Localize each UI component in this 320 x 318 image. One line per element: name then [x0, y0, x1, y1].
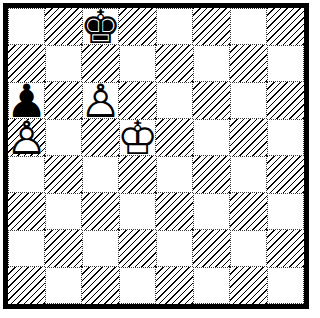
square-e3[interactable] — [156, 193, 193, 230]
square-g8[interactable] — [230, 8, 267, 45]
white-pawn: ♟♙ — [83, 83, 118, 118]
square-c5[interactable] — [82, 119, 119, 156]
square-f5[interactable] — [193, 119, 230, 156]
square-b5[interactable] — [45, 119, 82, 156]
square-h2[interactable] — [267, 230, 304, 267]
square-d8[interactable] — [119, 8, 156, 45]
square-g7[interactable] — [230, 45, 267, 82]
square-d7[interactable] — [119, 45, 156, 82]
square-c4[interactable] — [82, 156, 119, 193]
square-f1[interactable] — [193, 267, 230, 304]
square-e4[interactable] — [156, 156, 193, 193]
chessboard: ♚♟♟♙♟♙♚♔ — [8, 8, 304, 304]
square-c3[interactable] — [82, 193, 119, 230]
square-h7[interactable] — [267, 45, 304, 82]
square-h4[interactable] — [267, 156, 304, 193]
square-b1[interactable] — [45, 267, 82, 304]
square-a1[interactable] — [8, 267, 45, 304]
square-a5[interactable]: ♟♙ — [8, 119, 45, 156]
square-b3[interactable] — [45, 193, 82, 230]
square-d4[interactable] — [119, 156, 156, 193]
square-a2[interactable] — [8, 230, 45, 267]
square-c1[interactable] — [82, 267, 119, 304]
square-g1[interactable] — [230, 267, 267, 304]
square-g4[interactable] — [230, 156, 267, 193]
square-e1[interactable] — [156, 267, 193, 304]
square-a8[interactable] — [8, 8, 45, 45]
square-d5[interactable]: ♚♔ — [119, 119, 156, 156]
square-h1[interactable] — [267, 267, 304, 304]
white-pawn: ♟♙ — [8, 119, 45, 156]
square-b8[interactable] — [45, 8, 82, 45]
square-c6[interactable]: ♟♙ — [82, 82, 119, 119]
white-king-glyph: ♔ — [117, 119, 158, 156]
square-h5[interactable] — [267, 119, 304, 156]
square-f7[interactable] — [193, 45, 230, 82]
square-c2[interactable] — [82, 230, 119, 267]
square-e7[interactable] — [156, 45, 193, 82]
square-f4[interactable] — [193, 156, 230, 193]
square-d1[interactable] — [119, 267, 156, 304]
square-f6[interactable] — [193, 82, 230, 119]
black-king: ♚ — [83, 9, 118, 44]
square-g3[interactable] — [230, 193, 267, 230]
square-g2[interactable] — [230, 230, 267, 267]
page: ♚♟♟♙♟♙♚♔ — [0, 0, 320, 318]
square-b6[interactable] — [45, 82, 82, 119]
square-h3[interactable] — [267, 193, 304, 230]
white-pawn-glyph: ♙ — [6, 119, 47, 156]
square-h6[interactable] — [267, 82, 304, 119]
square-b4[interactable] — [45, 156, 82, 193]
white-king: ♚♔ — [120, 120, 155, 155]
square-d3[interactable] — [119, 193, 156, 230]
square-e2[interactable] — [156, 230, 193, 267]
square-a4[interactable] — [8, 156, 45, 193]
square-e8[interactable] — [156, 8, 193, 45]
square-f3[interactable] — [193, 193, 230, 230]
square-e6[interactable] — [156, 82, 193, 119]
square-g5[interactable] — [230, 119, 267, 156]
square-a3[interactable] — [8, 193, 45, 230]
black-king-glyph: ♚ — [80, 8, 121, 45]
square-f8[interactable] — [193, 8, 230, 45]
square-h8[interactable] — [267, 8, 304, 45]
square-f2[interactable] — [193, 230, 230, 267]
white-pawn-glyph: ♙ — [80, 82, 121, 119]
square-g6[interactable] — [230, 82, 267, 119]
chessboard-frame: ♚♟♟♙♟♙♚♔ — [3, 3, 309, 309]
square-c8[interactable]: ♚ — [82, 8, 119, 45]
square-e5[interactable] — [156, 119, 193, 156]
square-b7[interactable] — [45, 45, 82, 82]
square-d2[interactable] — [119, 230, 156, 267]
square-b2[interactable] — [45, 230, 82, 267]
